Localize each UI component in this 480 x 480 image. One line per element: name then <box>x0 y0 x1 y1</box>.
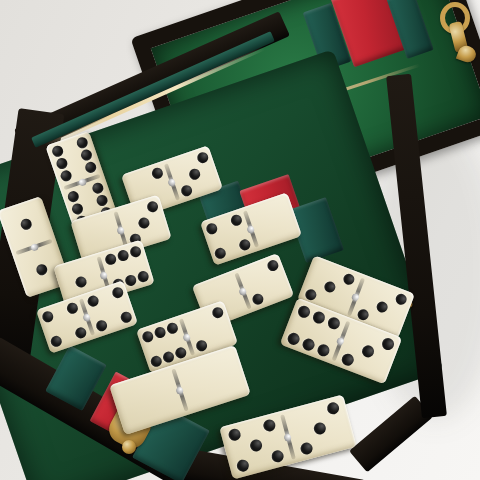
pip <box>210 305 224 319</box>
pip <box>174 346 188 360</box>
pip <box>299 441 314 456</box>
pip <box>74 275 88 289</box>
pip <box>55 157 69 171</box>
pip <box>119 311 133 325</box>
pip <box>162 350 176 364</box>
photo-canvas: { "game": "dominoes", "scene": { "descri… <box>0 0 480 480</box>
pip <box>128 245 142 259</box>
pip <box>214 247 228 261</box>
pip <box>65 301 79 315</box>
pip <box>326 401 341 416</box>
pip <box>165 321 179 335</box>
pip <box>297 304 313 320</box>
pip <box>180 184 194 198</box>
pip <box>35 263 49 277</box>
pip <box>311 309 327 325</box>
pip <box>238 238 252 252</box>
pip <box>195 339 209 353</box>
pip <box>316 342 332 358</box>
pip <box>80 148 94 162</box>
pip <box>116 248 130 262</box>
pip <box>265 258 279 272</box>
pip <box>249 438 264 453</box>
pip <box>50 335 64 349</box>
pip <box>59 169 73 183</box>
pip <box>380 336 396 352</box>
pip <box>301 336 317 352</box>
pip <box>304 287 318 301</box>
pip <box>104 252 118 266</box>
pip <box>360 344 376 360</box>
pip <box>313 421 328 436</box>
pip <box>205 221 219 235</box>
pip <box>95 193 109 207</box>
pip <box>66 190 80 204</box>
pip <box>286 331 302 347</box>
pip <box>326 315 342 331</box>
pip <box>150 355 164 369</box>
pip <box>124 274 138 288</box>
pip <box>235 458 250 473</box>
pip <box>19 217 33 231</box>
pip <box>375 300 389 314</box>
pip <box>188 167 202 181</box>
pip <box>86 294 100 308</box>
pip <box>251 292 265 306</box>
brass-clasp-bottom-pin <box>122 440 136 454</box>
pip <box>74 326 88 340</box>
pip <box>270 449 285 464</box>
pip <box>229 213 243 227</box>
pip <box>356 308 370 322</box>
pip <box>95 319 109 333</box>
pip <box>342 272 356 286</box>
pip <box>145 200 159 214</box>
pip <box>76 136 90 150</box>
pip <box>227 428 242 443</box>
pip <box>323 280 337 294</box>
pip <box>84 160 98 174</box>
pip <box>137 216 151 230</box>
pip <box>394 292 408 306</box>
pip <box>153 325 167 339</box>
pip <box>41 309 55 323</box>
pip <box>91 181 105 195</box>
pip <box>341 352 357 368</box>
pip <box>195 150 209 164</box>
pip <box>262 418 277 433</box>
pip <box>141 329 155 343</box>
pip <box>110 285 124 299</box>
pip <box>50 145 64 159</box>
pip <box>150 166 164 180</box>
pip <box>136 270 150 284</box>
pip <box>70 202 84 216</box>
